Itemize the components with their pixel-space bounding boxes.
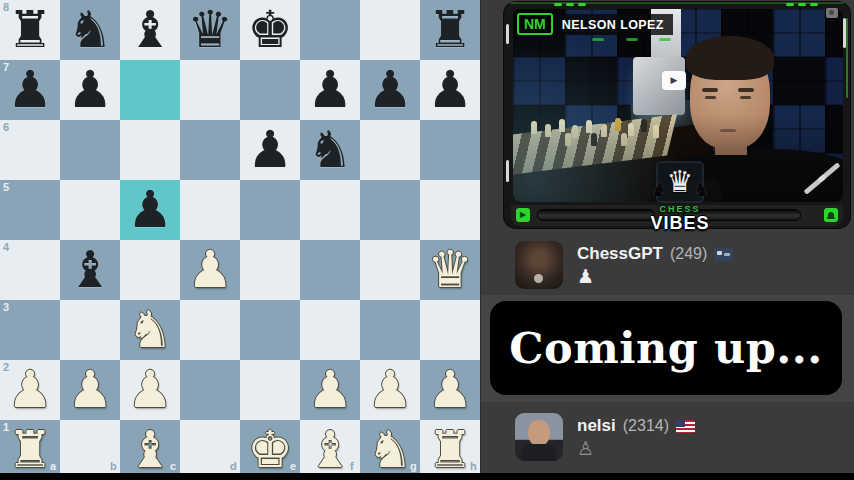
player-name: ChessGPT [577, 244, 663, 264]
rank-label: 4 [3, 241, 9, 253]
file-label: b [110, 460, 117, 472]
black-rook[interactable]: ♜ [427, 0, 473, 60]
logo-emblem: ♞ ♛ ♞ [656, 161, 704, 203]
player-row-top: ChessGPT (249) ♟ [515, 241, 733, 289]
square-b6[interactable] [60, 120, 120, 180]
nelsi-avatar [515, 413, 563, 461]
usa-flag-icon [676, 420, 695, 433]
square-h6[interactable] [420, 120, 480, 180]
square-h5[interactable] [420, 180, 480, 240]
square-f5[interactable] [300, 180, 360, 240]
black-bishop[interactable]: ♝ [67, 240, 113, 300]
square-g6[interactable] [360, 120, 420, 180]
player-rating: (249) [670, 245, 707, 263]
square-c3[interactable]: ♞ [120, 300, 180, 360]
overlay-band: Coming up... [481, 295, 854, 402]
square-h7[interactable]: ♟ [420, 60, 480, 120]
letterbox-bar [0, 473, 854, 480]
engine-flag-icon [714, 248, 733, 261]
square-c8[interactable]: ♝ [120, 0, 180, 60]
square-e6[interactable]: ♟ [240, 120, 300, 180]
badge-dash-icon [592, 38, 604, 41]
square-f3[interactable] [300, 300, 360, 360]
coming-up-text: Coming up... [509, 323, 822, 373]
black-queen[interactable]: ♛ [187, 0, 233, 60]
rank-label: 8 [3, 1, 9, 13]
square-h4[interactable]: ♛ [420, 240, 480, 300]
top-dash-icon [578, 3, 586, 6]
square-b8[interactable]: ♞ [60, 0, 120, 60]
black-pawn[interactable]: ♟ [307, 60, 353, 120]
black-king[interactable]: ♚ [247, 0, 293, 60]
white-king[interactable]: ♚ [247, 420, 293, 480]
white-pawn[interactable]: ♟ [67, 360, 113, 420]
square-e3[interactable] [240, 300, 300, 360]
square-c7[interactable] [120, 60, 180, 120]
black-knight[interactable]: ♞ [307, 120, 353, 180]
board-grid: ♜♞♝♛♚♜♟♟♟♟♟♟♞♟♝♟♛♞♟♟♟♟♟♟♜♝♚♝♞♜ [0, 0, 480, 480]
square-d2[interactable] [180, 360, 240, 420]
player-row-bottom: nelsi (2314) ♙ [515, 413, 695, 461]
player-name: nelsi [577, 416, 616, 436]
white-rook[interactable]: ♜ [7, 420, 53, 480]
streamer-title-badge: NM NELSON LOPEZ [517, 13, 673, 35]
square-f6[interactable]: ♞ [300, 120, 360, 180]
square-c5[interactable]: ♟ [120, 180, 180, 240]
player-info: nelsi (2314) ♙ [577, 413, 695, 461]
square-e4[interactable] [240, 240, 300, 300]
square-b7[interactable]: ♟ [60, 60, 120, 120]
file-label: d [230, 460, 237, 472]
square-b3[interactable] [60, 300, 120, 360]
chessgpt-avatar [515, 241, 563, 289]
file-label: f [350, 460, 354, 472]
square-g8[interactable] [360, 0, 420, 60]
black-rook[interactable]: ♜ [7, 0, 53, 60]
square-d5[interactable] [180, 180, 240, 240]
square-d7[interactable] [180, 60, 240, 120]
square-b5[interactable] [60, 180, 120, 240]
square-c6[interactable] [120, 120, 180, 180]
play-triangle-icon: ▶ [671, 76, 678, 85]
rank-label: 7 [3, 61, 9, 73]
black-bishop[interactable]: ♝ [127, 0, 173, 60]
file-label: g [410, 460, 417, 472]
badge-dash-icon [659, 38, 671, 41]
rank-label: 6 [3, 121, 9, 133]
square-h2[interactable]: ♟ [420, 360, 480, 420]
player-info: ChessGPT (249) ♟ [577, 241, 733, 289]
white-pawn[interactable]: ♟ [7, 360, 53, 420]
logo-vibes-text: VIBES [641, 214, 719, 232]
white-pawn-solid-icon: ♟ [577, 265, 733, 287]
black-pawn[interactable]: ♟ [367, 60, 413, 120]
stream-panel: ▶ NM NELSON LOPEZ [481, 0, 854, 480]
black-pawn[interactable]: ♟ [247, 120, 293, 180]
square-g5[interactable] [360, 180, 420, 240]
white-rook[interactable]: ♜ [427, 420, 473, 480]
square-d4[interactable]: ♟ [180, 240, 240, 300]
frame-green-line [846, 18, 848, 98]
white-pawn[interactable]: ♟ [367, 360, 413, 420]
square-b4[interactable]: ♝ [60, 240, 120, 300]
youtube-play-button-icon: ▶ [662, 71, 686, 90]
square-f4[interactable] [300, 240, 360, 300]
white-pawn[interactable]: ♟ [307, 360, 353, 420]
square-d3[interactable] [180, 300, 240, 360]
white-knight[interactable]: ♞ [127, 300, 173, 360]
square-g3[interactable] [360, 300, 420, 360]
top-dash-icon [786, 3, 794, 6]
square-g4[interactable] [360, 240, 420, 300]
square-e2[interactable] [240, 360, 300, 420]
black-pawn[interactable]: ♟ [127, 180, 173, 240]
square-e5[interactable] [240, 180, 300, 240]
top-dash-icon [554, 3, 562, 6]
black-pawn[interactable]: ♟ [67, 60, 113, 120]
rank-label: 3 [3, 301, 9, 313]
file-label: c [170, 460, 176, 472]
white-pawn[interactable]: ♟ [187, 240, 233, 300]
square-g2[interactable]: ♟ [360, 360, 420, 420]
frame-tick [506, 24, 509, 44]
bell-glyph [827, 212, 835, 219]
square-f8[interactable] [300, 0, 360, 60]
square-c2[interactable]: ♟ [120, 360, 180, 420]
knight-icon: ♞ [650, 178, 667, 200]
white-pawn[interactable]: ♟ [127, 360, 173, 420]
white-bishop[interactable]: ♝ [307, 420, 353, 480]
white-queen[interactable]: ♛ [427, 240, 473, 300]
knight-icon: ♞ [693, 178, 710, 200]
square-g7[interactable]: ♟ [360, 60, 420, 120]
square-h8[interactable]: ♜ [420, 0, 480, 60]
rank-label: 5 [3, 181, 9, 193]
white-pawn-outline-icon: ♙ [577, 437, 695, 459]
play-glyph: ▶ [520, 211, 526, 219]
chessvibes-logo: ♞ ♛ ♞ CHESS VIBES [641, 161, 719, 232]
coming-up-overlay: Coming up... [490, 301, 842, 395]
square-d6[interactable] [180, 120, 240, 180]
nm-title-badge: NM [517, 13, 553, 35]
white-pawn[interactable]: ♟ [427, 360, 473, 420]
rank-label: 2 [3, 361, 9, 373]
top-dash-icon [810, 3, 818, 6]
top-dash-icon [566, 3, 574, 6]
square-e8[interactable]: ♚ [240, 0, 300, 60]
black-pawn[interactable]: ♟ [427, 60, 473, 120]
square-d8[interactable]: ♛ [180, 0, 240, 60]
square-h3[interactable] [420, 300, 480, 360]
frame-tick [506, 160, 509, 182]
square-f2[interactable]: ♟ [300, 360, 360, 420]
queen-icon: ♛ [667, 164, 694, 199]
file-label: a [50, 460, 56, 472]
white-bishop[interactable]: ♝ [127, 420, 173, 480]
camera-icon [826, 8, 838, 18]
square-f7[interactable]: ♟ [300, 60, 360, 120]
square-c4[interactable] [120, 240, 180, 300]
square-e7[interactable] [240, 60, 300, 120]
white-knight[interactable]: ♞ [367, 420, 413, 480]
black-pawn[interactable]: ♟ [7, 60, 53, 120]
play-icon: ▶ [516, 208, 530, 222]
badge-dash-icon [626, 38, 638, 41]
player-rating: (2314) [623, 417, 669, 435]
black-knight[interactable]: ♞ [67, 0, 113, 60]
rank-label: 1 [3, 421, 9, 433]
file-label: h [470, 460, 477, 472]
stream-screenshot: ♜♞♝♛♚♜♟♟♟♟♟♟♞♟♝♟♛♞♟♟♟♟♟♟♜♝♚♝♞♜ 87654321a… [0, 0, 854, 480]
square-b2[interactable]: ♟ [60, 360, 120, 420]
chess-board[interactable]: ♜♞♝♛♚♜♟♟♟♟♟♟♞♟♝♟♛♞♟♟♟♟♟♟♜♝♚♝♞♜ 87654321a… [0, 0, 480, 480]
status-pill [537, 209, 655, 221]
file-label: e [290, 460, 296, 472]
bell-icon [824, 208, 838, 222]
top-dash-icon [798, 3, 806, 6]
streamer-name-label: NELSON LOPEZ [553, 14, 673, 35]
